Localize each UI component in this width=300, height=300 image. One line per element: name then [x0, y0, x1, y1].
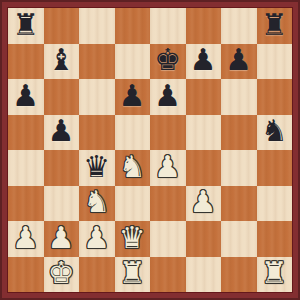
square-a8[interactable]: ♜	[8, 8, 44, 44]
square-a4[interactable]	[8, 150, 44, 186]
square-b2[interactable]: ♟	[44, 221, 80, 257]
square-d6[interactable]: ♟	[115, 79, 151, 115]
square-c4[interactable]: ♛	[79, 150, 115, 186]
square-b4[interactable]	[44, 150, 80, 186]
black-pawn: ♟	[12, 81, 39, 111]
white-pawn: ♟	[83, 223, 110, 253]
square-h7[interactable]	[257, 44, 293, 80]
square-c1[interactable]	[79, 257, 115, 293]
square-g5[interactable]	[221, 115, 257, 151]
white-knight: ♞	[83, 187, 110, 217]
black-knight: ♞	[261, 116, 288, 146]
square-e7[interactable]: ♚	[150, 44, 186, 80]
square-g4[interactable]	[221, 150, 257, 186]
white-pawn: ♟	[12, 223, 39, 253]
square-g3[interactable]	[221, 186, 257, 222]
square-d7[interactable]	[115, 44, 151, 80]
square-a3[interactable]	[8, 186, 44, 222]
white-rook: ♜	[119, 258, 146, 288]
square-h3[interactable]	[257, 186, 293, 222]
square-e8[interactable]	[150, 8, 186, 44]
white-pawn: ♟	[190, 187, 217, 217]
square-e6[interactable]: ♟	[150, 79, 186, 115]
chess-board: ♜♜♝♚♟♟♟♟♟♟♞♛♞♟♞♟♟♟♟♛♚♜♜	[8, 8, 292, 292]
square-h6[interactable]	[257, 79, 293, 115]
square-g1[interactable]	[221, 257, 257, 293]
white-rook: ♜	[261, 258, 288, 288]
black-pawn: ♟	[48, 116, 75, 146]
square-f7[interactable]: ♟	[186, 44, 222, 80]
square-c2[interactable]: ♟	[79, 221, 115, 257]
square-d8[interactable]	[115, 8, 151, 44]
square-f1[interactable]	[186, 257, 222, 293]
square-h8[interactable]: ♜	[257, 8, 293, 44]
square-c5[interactable]	[79, 115, 115, 151]
square-e1[interactable]	[150, 257, 186, 293]
black-pawn: ♟	[225, 45, 252, 75]
square-e3[interactable]	[150, 186, 186, 222]
square-g7[interactable]: ♟	[221, 44, 257, 80]
square-f6[interactable]	[186, 79, 222, 115]
board-frame: ♜♜♝♚♟♟♟♟♟♟♞♛♞♟♞♟♟♟♟♛♚♜♜	[0, 0, 300, 300]
square-d1[interactable]: ♜	[115, 257, 151, 293]
black-pawn: ♟	[154, 81, 181, 111]
square-c6[interactable]	[79, 79, 115, 115]
black-king: ♚	[154, 45, 181, 75]
white-king: ♚	[48, 258, 75, 288]
square-a6[interactable]: ♟	[8, 79, 44, 115]
square-d5[interactable]	[115, 115, 151, 151]
black-pawn: ♟	[119, 81, 146, 111]
square-f4[interactable]	[186, 150, 222, 186]
black-pawn: ♟	[190, 45, 217, 75]
square-e4[interactable]: ♟	[150, 150, 186, 186]
white-pawn: ♟	[154, 152, 181, 182]
square-a2[interactable]: ♟	[8, 221, 44, 257]
square-f5[interactable]	[186, 115, 222, 151]
square-d4[interactable]: ♞	[115, 150, 151, 186]
square-e5[interactable]	[150, 115, 186, 151]
black-rook: ♜	[12, 10, 39, 40]
square-h1[interactable]: ♜	[257, 257, 293, 293]
square-g2[interactable]	[221, 221, 257, 257]
square-c7[interactable]	[79, 44, 115, 80]
square-b8[interactable]	[44, 8, 80, 44]
square-c3[interactable]: ♞	[79, 186, 115, 222]
square-g8[interactable]	[221, 8, 257, 44]
square-d3[interactable]	[115, 186, 151, 222]
black-queen: ♛	[83, 152, 110, 182]
square-b1[interactable]: ♚	[44, 257, 80, 293]
square-h5[interactable]: ♞	[257, 115, 293, 151]
black-bishop: ♝	[48, 45, 75, 75]
square-c8[interactable]	[79, 8, 115, 44]
white-knight: ♞	[119, 152, 146, 182]
square-h2[interactable]	[257, 221, 293, 257]
square-f2[interactable]	[186, 221, 222, 257]
square-f3[interactable]: ♟	[186, 186, 222, 222]
square-a5[interactable]	[8, 115, 44, 151]
white-pawn: ♟	[48, 223, 75, 253]
square-f8[interactable]	[186, 8, 222, 44]
square-b7[interactable]: ♝	[44, 44, 80, 80]
square-e2[interactable]	[150, 221, 186, 257]
square-a1[interactable]	[8, 257, 44, 293]
square-b3[interactable]	[44, 186, 80, 222]
square-h4[interactable]	[257, 150, 293, 186]
black-rook: ♜	[261, 10, 288, 40]
square-b5[interactable]: ♟	[44, 115, 80, 151]
square-b6[interactable]	[44, 79, 80, 115]
square-d2[interactable]: ♛	[115, 221, 151, 257]
square-a7[interactable]	[8, 44, 44, 80]
square-g6[interactable]	[221, 79, 257, 115]
white-queen: ♛	[119, 223, 146, 253]
